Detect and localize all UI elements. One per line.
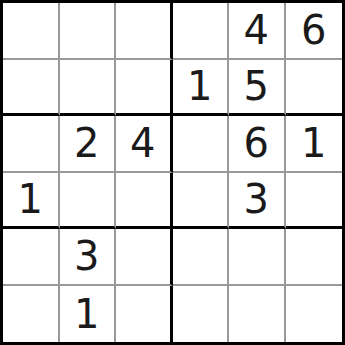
- cell-r6c4[interactable]: [173, 286, 230, 343]
- cell-r1c2[interactable]: [60, 3, 117, 60]
- cell-r4c3[interactable]: [116, 173, 173, 230]
- cell-r3c2: 2: [60, 116, 117, 173]
- sudoku-board: 461524611331: [0, 0, 345, 345]
- cell-r5c1[interactable]: [3, 229, 60, 286]
- cell-r4c4[interactable]: [173, 173, 230, 230]
- cell-r2c1[interactable]: [3, 60, 60, 117]
- cell-r1c5: 4: [229, 3, 286, 60]
- cell-r4c5: 3: [229, 173, 286, 230]
- cell-r5c2: 3: [60, 229, 117, 286]
- sudoku-grid: 461524611331: [3, 3, 342, 342]
- cell-r6c1[interactable]: [3, 286, 60, 343]
- cell-r2c2[interactable]: [60, 60, 117, 117]
- cell-r4c1: 1: [3, 173, 60, 230]
- cell-r2c6[interactable]: [286, 60, 343, 117]
- cell-r5c5[interactable]: [229, 229, 286, 286]
- cell-r6c6[interactable]: [286, 286, 343, 343]
- cell-r1c1[interactable]: [3, 3, 60, 60]
- cell-r3c5: 6: [229, 116, 286, 173]
- cell-r2c3[interactable]: [116, 60, 173, 117]
- cell-r3c4[interactable]: [173, 116, 230, 173]
- cell-r1c3[interactable]: [116, 3, 173, 60]
- cell-r4c6[interactable]: [286, 173, 343, 230]
- cell-r5c6[interactable]: [286, 229, 343, 286]
- cell-r4c2[interactable]: [60, 173, 117, 230]
- cell-r3c1[interactable]: [3, 116, 60, 173]
- cell-r6c3[interactable]: [116, 286, 173, 343]
- cell-r2c5: 5: [229, 60, 286, 117]
- cell-r6c2: 1: [60, 286, 117, 343]
- cell-r1c4[interactable]: [173, 3, 230, 60]
- cell-r2c4: 1: [173, 60, 230, 117]
- cell-r1c6: 6: [286, 3, 343, 60]
- cell-r5c4[interactable]: [173, 229, 230, 286]
- cell-r3c6: 1: [286, 116, 343, 173]
- cell-r3c3: 4: [116, 116, 173, 173]
- cell-r5c3[interactable]: [116, 229, 173, 286]
- cell-r6c5[interactable]: [229, 286, 286, 343]
